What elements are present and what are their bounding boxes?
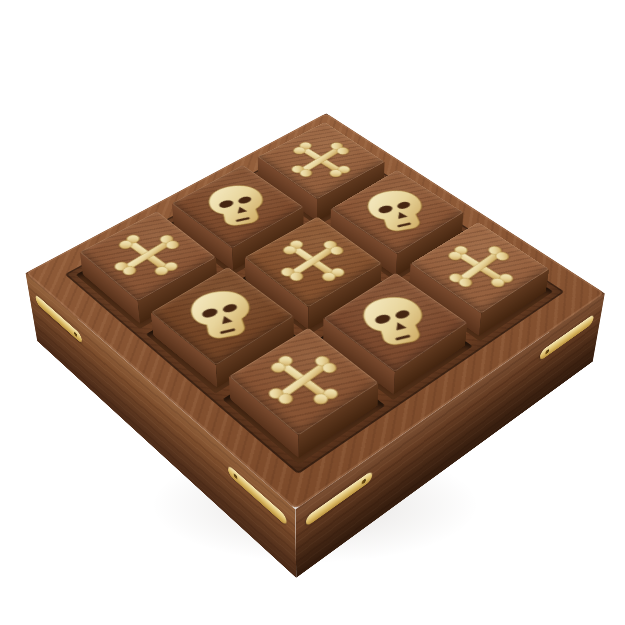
crossbones-icon [284,138,357,182]
skull-icon [358,187,437,235]
product-photo-scene [0,0,625,625]
crossbones-icon [273,235,352,287]
skull-icon [179,287,263,343]
skull-icon [353,293,438,349]
crossbones-icon [105,230,189,281]
crossbones-icon [439,241,523,293]
crossbones-icon [260,350,347,411]
skull-icon [198,182,275,230]
